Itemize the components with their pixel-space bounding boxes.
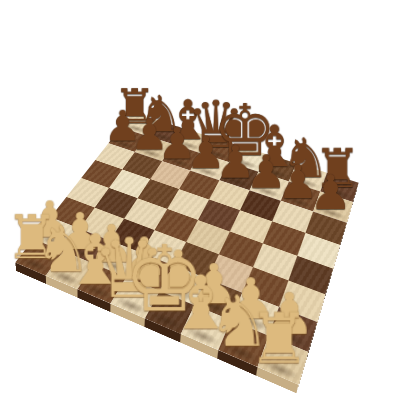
square-d5 — [167, 189, 209, 220]
piece-shadow — [149, 131, 175, 143]
square-e7: ♟ — [219, 162, 258, 190]
piece-shadow — [111, 138, 137, 151]
square-h1: ♜ — [258, 336, 309, 385]
square-b8: ♞ — [147, 120, 184, 144]
product-photo[interactable]: ♜♞♝♛♚♝♞♜♟♟♟♟♟♟♟♟♟♟♟♟♟♟♟♟♜♞♝♛♚♝♞♜ — [0, 0, 400, 400]
square-a5 — [81, 160, 122, 188]
square-c7: ♟ — [162, 144, 201, 170]
piece-black-pawn: ♟ — [276, 158, 318, 205]
piece-black-pawn: ♟ — [215, 139, 256, 184]
piece-shadow — [261, 166, 289, 180]
square-b7: ♟ — [135, 136, 173, 161]
square-d7: ♟ — [190, 153, 229, 180]
piece-black-pawn: ♟ — [245, 148, 286, 194]
square-b6 — [122, 152, 162, 179]
piece-black-bishop: ♝ — [163, 93, 212, 148]
piece-black-king: ♚ — [212, 95, 276, 166]
piece-shadow — [291, 175, 320, 190]
piece-black-pawn: ♟ — [309, 168, 352, 216]
piece-black-pawn: ♟ — [130, 113, 169, 156]
piece-black-knight: ♞ — [138, 89, 183, 139]
square-f6 — [240, 190, 281, 221]
piece-shadow — [283, 194, 313, 210]
square-d8: ♛ — [201, 137, 239, 163]
square-a8: ♜ — [121, 113, 158, 136]
piece-black-rook: ♜ — [113, 83, 156, 131]
piece-shadow — [252, 184, 281, 199]
square-f8: ♝ — [259, 154, 297, 181]
square-a6 — [95, 143, 135, 169]
chess-board: ♜♞♝♛♚♝♞♜♟♟♟♟♟♟♟♟♟♟♟♟♟♟♟♟♜♞♝♛♚♝♞♜ — [15, 113, 358, 385]
square-f7: ♟ — [250, 172, 289, 201]
square-g8: ♞ — [289, 163, 327, 191]
piece-shadow — [203, 148, 230, 161]
piece-shadow — [176, 139, 203, 152]
piece-black-knight: ♞ — [280, 131, 329, 186]
board-position-wrapper: ♜♞♝♛♚♝♞♜♟♟♟♟♟♟♟♟♟♟♟♟♟♟♟♟♜♞♝♛♚♝♞♜ — [66, 88, 330, 352]
piece-black-pawn: ♟ — [103, 104, 141, 146]
square-g7: ♟ — [281, 181, 321, 211]
square-a7: ♟ — [108, 127, 146, 152]
piece-shadow — [137, 147, 164, 160]
piece-black-pawn: ♟ — [157, 121, 196, 165]
square-e8: ♚ — [229, 145, 267, 171]
square-d6 — [179, 171, 219, 200]
square-c6 — [150, 161, 190, 189]
photo-scene: ♜♞♝♛♚♝♞♜♟♟♟♟♟♟♟♟♟♟♟♟♟♟♟♟♜♞♝♛♚♝♞♜ — [0, 0, 400, 400]
piece-black-bishop: ♝ — [248, 118, 300, 176]
piece-shadow — [222, 174, 251, 189]
piece-shadow — [123, 123, 149, 135]
piece-shadow — [165, 156, 192, 170]
piece-white-rook: ♜ — [247, 304, 310, 374]
square-b5 — [109, 169, 150, 198]
square-c8: ♝ — [173, 128, 210, 153]
square-e6 — [209, 180, 250, 210]
piece-shadow — [232, 157, 260, 171]
piece-shadow — [193, 165, 221, 179]
piece-black-pawn: ♟ — [185, 130, 225, 174]
piece-black-queen: ♛ — [186, 92, 244, 157]
square-c5 — [138, 179, 180, 209]
